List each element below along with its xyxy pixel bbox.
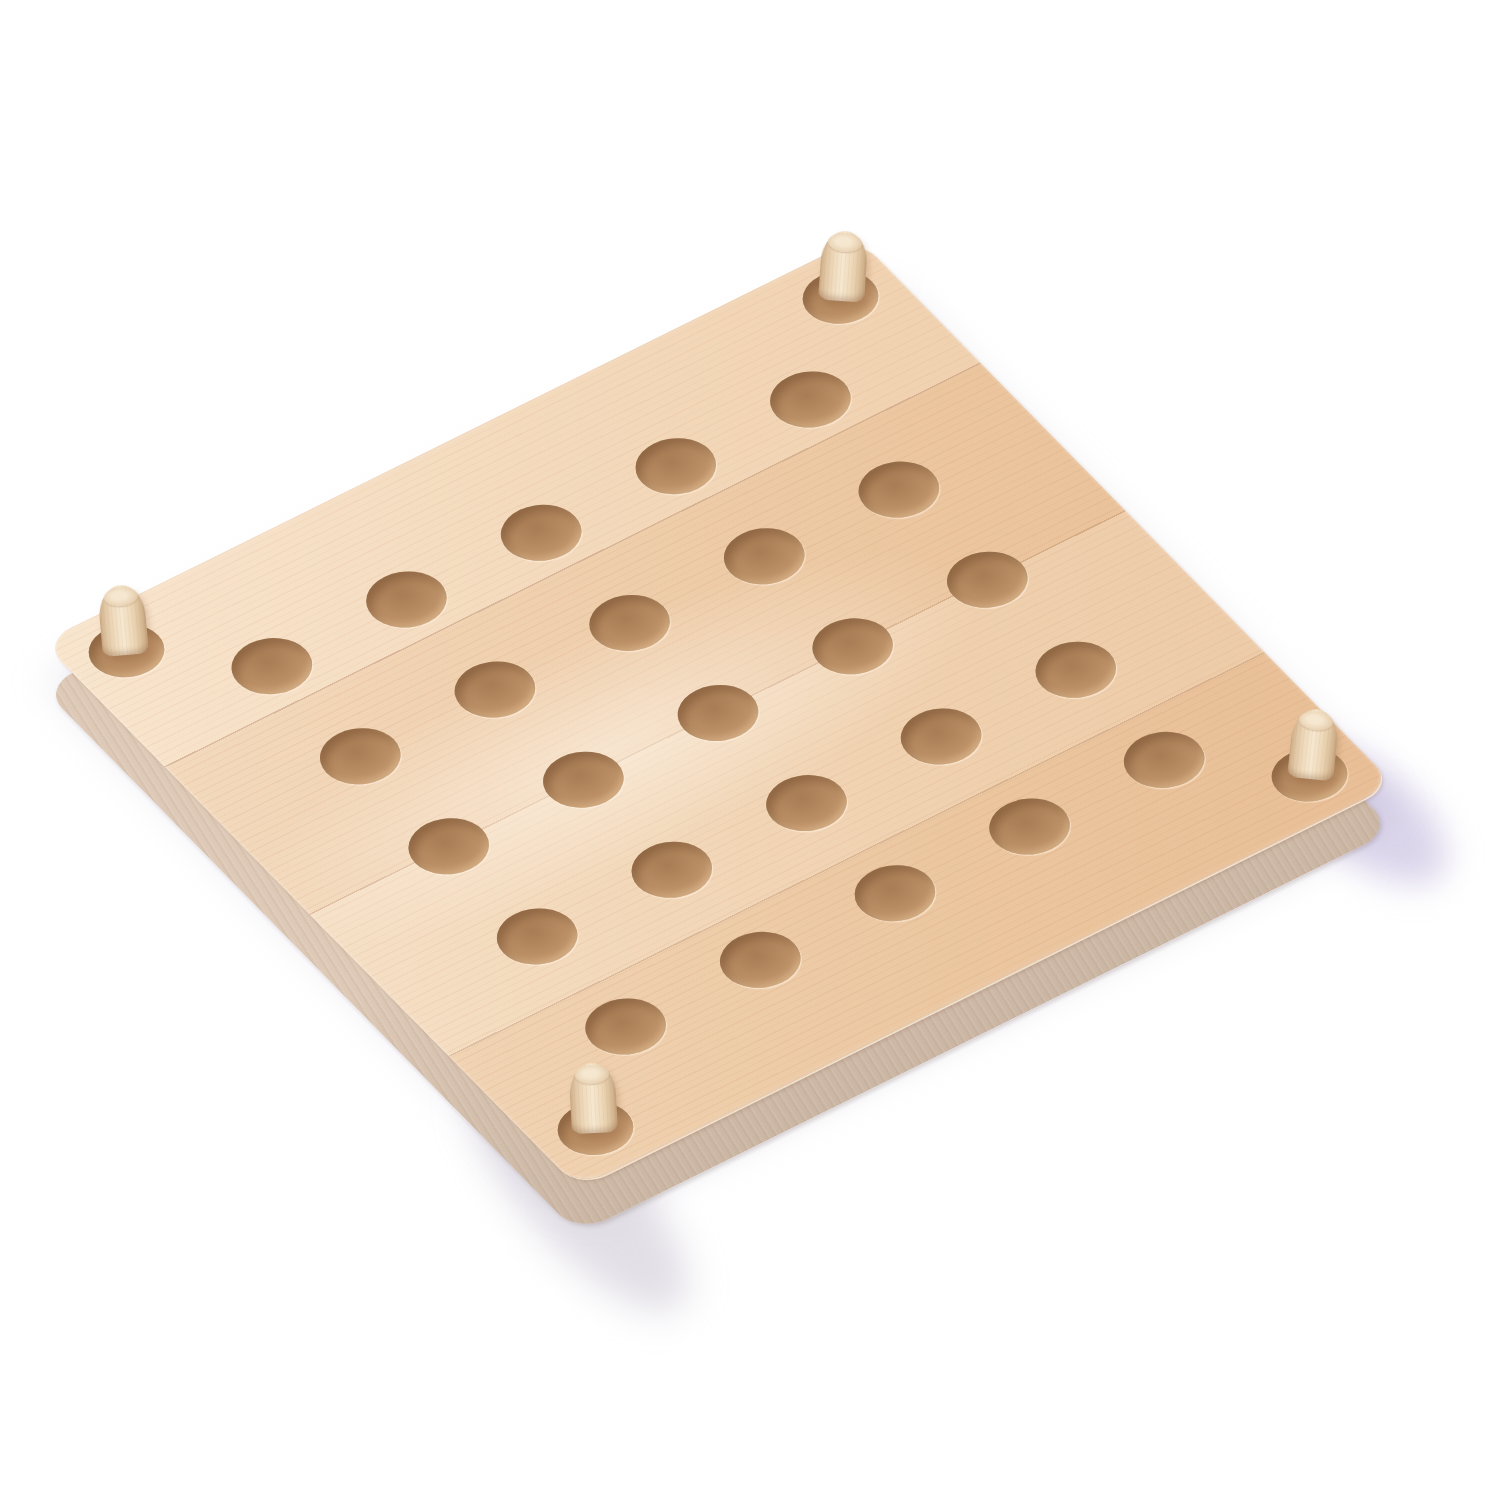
grid-hole-r1c2[interactable] xyxy=(351,560,463,638)
grid-hole-r1c3[interactable] xyxy=(485,494,597,572)
grid-hole-r3c5[interactable] xyxy=(932,540,1044,618)
grid-hole-r5c3[interactable] xyxy=(839,854,951,932)
board-top xyxy=(42,238,1394,1188)
grid-hole-r1c5[interactable] xyxy=(755,360,867,438)
grid-hole-r4c3[interactable] xyxy=(751,764,863,842)
peg-top[interactable] xyxy=(818,229,869,302)
pegboard-photo xyxy=(0,0,1500,1500)
grid-hole-r2c2[interactable] xyxy=(439,650,551,728)
grid-hole-r2c4[interactable] xyxy=(708,517,820,595)
grid-hole-r2c3[interactable] xyxy=(574,584,686,662)
grid-hole-r3c2[interactable] xyxy=(528,740,640,818)
grid-hole-r2c1[interactable] xyxy=(305,717,417,795)
grid-hole-r3c1[interactable] xyxy=(393,807,505,885)
grid-hole-r5c2[interactable] xyxy=(704,921,816,999)
grid-hole-r2c5[interactable] xyxy=(843,450,955,528)
grid-hole-r1c4[interactable] xyxy=(620,427,732,505)
grid-hole-r3c4[interactable] xyxy=(797,607,909,685)
grid-hole-r5c4[interactable] xyxy=(974,787,1086,865)
grid-hole-r4c5[interactable] xyxy=(1020,631,1132,709)
grid-hole-r4c2[interactable] xyxy=(616,831,728,909)
grid-hole-r4c1[interactable] xyxy=(481,897,593,975)
grid-hole-r3c3[interactable] xyxy=(662,674,774,752)
grid-hole-r5c5[interactable] xyxy=(1108,721,1220,799)
grid-hole-r4c4[interactable] xyxy=(885,697,997,775)
grid-hole-r1c1[interactable] xyxy=(216,627,328,705)
grid-hole-r5c1[interactable] xyxy=(570,987,682,1065)
